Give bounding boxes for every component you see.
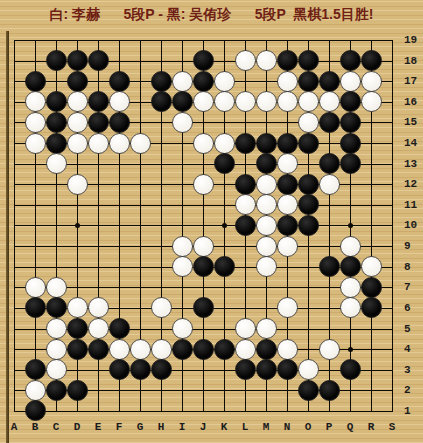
intersection-G15[interactable] bbox=[130, 112, 151, 133]
intersection-K13[interactable] bbox=[214, 153, 235, 174]
intersection-G18[interactable] bbox=[130, 50, 151, 71]
intersection-Q14[interactable] bbox=[340, 133, 361, 154]
intersection-J7[interactable] bbox=[193, 277, 214, 298]
intersection-O14[interactable] bbox=[298, 133, 319, 154]
intersection-R10[interactable] bbox=[361, 215, 382, 236]
intersection-P13[interactable] bbox=[319, 153, 340, 174]
intersection-N2[interactable] bbox=[277, 380, 298, 401]
intersection-K10[interactable] bbox=[214, 215, 235, 236]
intersection-O15[interactable] bbox=[298, 112, 319, 133]
intersection-O5[interactable] bbox=[298, 318, 319, 339]
intersection-P7[interactable] bbox=[319, 277, 340, 298]
intersection-C13[interactable] bbox=[46, 153, 67, 174]
intersection-L1[interactable] bbox=[235, 401, 256, 422]
intersection-F9[interactable] bbox=[109, 236, 130, 257]
intersection-I17[interactable] bbox=[172, 71, 193, 92]
intersection-C6[interactable] bbox=[46, 298, 67, 319]
intersection-G12[interactable] bbox=[130, 174, 151, 195]
intersection-H15[interactable] bbox=[151, 112, 172, 133]
intersection-E1[interactable] bbox=[88, 401, 109, 422]
intersection-B13[interactable] bbox=[25, 153, 46, 174]
intersection-P12[interactable] bbox=[319, 174, 340, 195]
intersection-B12[interactable] bbox=[25, 174, 46, 195]
intersection-D18[interactable] bbox=[67, 50, 88, 71]
intersection-P15[interactable] bbox=[319, 112, 340, 133]
intersection-I11[interactable] bbox=[172, 195, 193, 216]
intersection-L11[interactable] bbox=[235, 195, 256, 216]
intersection-M2[interactable] bbox=[256, 380, 277, 401]
intersection-F12[interactable] bbox=[109, 174, 130, 195]
intersection-N6[interactable] bbox=[277, 298, 298, 319]
intersection-F16[interactable] bbox=[109, 92, 130, 113]
intersection-O12[interactable] bbox=[298, 174, 319, 195]
intersection-E4[interactable] bbox=[88, 339, 109, 360]
intersection-P1[interactable] bbox=[319, 401, 340, 422]
intersection-N12[interactable] bbox=[277, 174, 298, 195]
intersection-P10[interactable] bbox=[319, 215, 340, 236]
intersection-K2[interactable] bbox=[214, 380, 235, 401]
intersection-N7[interactable] bbox=[277, 277, 298, 298]
intersection-S2[interactable] bbox=[382, 380, 403, 401]
intersection-L14[interactable] bbox=[235, 133, 256, 154]
intersection-G17[interactable] bbox=[130, 71, 151, 92]
intersection-E15[interactable] bbox=[88, 112, 109, 133]
intersection-H9[interactable] bbox=[151, 236, 172, 257]
intersection-Q8[interactable] bbox=[340, 256, 361, 277]
intersection-M17[interactable] bbox=[256, 71, 277, 92]
intersection-J5[interactable] bbox=[193, 318, 214, 339]
intersection-I10[interactable] bbox=[172, 215, 193, 236]
intersection-R5[interactable] bbox=[361, 318, 382, 339]
intersection-K16[interactable] bbox=[214, 92, 235, 113]
intersection-A12[interactable] bbox=[4, 174, 25, 195]
intersection-K18[interactable] bbox=[214, 50, 235, 71]
intersection-Q6[interactable] bbox=[340, 298, 361, 319]
intersection-G9[interactable] bbox=[130, 236, 151, 257]
intersection-I8[interactable] bbox=[172, 256, 193, 277]
intersection-I13[interactable] bbox=[172, 153, 193, 174]
intersection-K4[interactable] bbox=[214, 339, 235, 360]
intersection-L6[interactable] bbox=[235, 298, 256, 319]
intersection-C15[interactable] bbox=[46, 112, 67, 133]
intersection-B3[interactable] bbox=[25, 359, 46, 380]
intersection-H19[interactable] bbox=[151, 30, 172, 51]
intersection-B17[interactable] bbox=[25, 71, 46, 92]
intersection-H1[interactable] bbox=[151, 401, 172, 422]
intersection-M5[interactable] bbox=[256, 318, 277, 339]
intersection-I4[interactable] bbox=[172, 339, 193, 360]
intersection-H3[interactable] bbox=[151, 359, 172, 380]
intersection-B19[interactable] bbox=[25, 30, 46, 51]
intersection-A7[interactable] bbox=[4, 277, 25, 298]
intersection-L7[interactable] bbox=[235, 277, 256, 298]
intersection-O2[interactable] bbox=[298, 380, 319, 401]
intersection-L18[interactable] bbox=[235, 50, 256, 71]
intersection-M12[interactable] bbox=[256, 174, 277, 195]
intersection-Q16[interactable] bbox=[340, 92, 361, 113]
intersection-B18[interactable] bbox=[25, 50, 46, 71]
intersection-Q12[interactable] bbox=[340, 174, 361, 195]
intersection-B2[interactable] bbox=[25, 380, 46, 401]
intersection-F6[interactable] bbox=[109, 298, 130, 319]
intersection-D16[interactable] bbox=[67, 92, 88, 113]
intersection-D14[interactable] bbox=[67, 133, 88, 154]
intersection-G2[interactable] bbox=[130, 380, 151, 401]
intersection-S4[interactable] bbox=[382, 339, 403, 360]
intersection-K15[interactable] bbox=[214, 112, 235, 133]
intersection-A8[interactable] bbox=[4, 256, 25, 277]
intersection-M6[interactable] bbox=[256, 298, 277, 319]
intersection-N3[interactable] bbox=[277, 359, 298, 380]
intersection-S10[interactable] bbox=[382, 215, 403, 236]
intersection-B9[interactable] bbox=[25, 236, 46, 257]
intersection-J9[interactable] bbox=[193, 236, 214, 257]
intersection-A17[interactable] bbox=[4, 71, 25, 92]
intersection-H12[interactable] bbox=[151, 174, 172, 195]
intersection-D5[interactable] bbox=[67, 318, 88, 339]
intersection-C8[interactable] bbox=[46, 256, 67, 277]
intersection-J12[interactable] bbox=[193, 174, 214, 195]
intersection-N8[interactable] bbox=[277, 256, 298, 277]
intersection-F7[interactable] bbox=[109, 277, 130, 298]
intersection-M18[interactable] bbox=[256, 50, 277, 71]
intersection-B1[interactable] bbox=[25, 401, 46, 422]
intersection-R3[interactable] bbox=[361, 359, 382, 380]
intersection-E13[interactable] bbox=[88, 153, 109, 174]
intersection-Q1[interactable] bbox=[340, 401, 361, 422]
intersection-Q19[interactable] bbox=[340, 30, 361, 51]
intersection-O16[interactable] bbox=[298, 92, 319, 113]
intersection-H6[interactable] bbox=[151, 298, 172, 319]
intersection-B15[interactable] bbox=[25, 112, 46, 133]
intersection-N4[interactable] bbox=[277, 339, 298, 360]
intersection-A6[interactable] bbox=[4, 298, 25, 319]
intersection-S6[interactable] bbox=[382, 298, 403, 319]
intersection-E2[interactable] bbox=[88, 380, 109, 401]
intersection-F1[interactable] bbox=[109, 401, 130, 422]
intersection-C18[interactable] bbox=[46, 50, 67, 71]
intersection-A5[interactable] bbox=[4, 318, 25, 339]
intersection-S9[interactable] bbox=[382, 236, 403, 257]
intersection-F8[interactable] bbox=[109, 256, 130, 277]
intersection-C9[interactable] bbox=[46, 236, 67, 257]
intersection-S12[interactable] bbox=[382, 174, 403, 195]
intersection-L8[interactable] bbox=[235, 256, 256, 277]
intersection-J18[interactable] bbox=[193, 50, 214, 71]
intersection-A15[interactable] bbox=[4, 112, 25, 133]
intersection-E5[interactable] bbox=[88, 318, 109, 339]
intersection-J15[interactable] bbox=[193, 112, 214, 133]
intersection-M13[interactable] bbox=[256, 153, 277, 174]
intersection-P17[interactable] bbox=[319, 71, 340, 92]
intersection-D7[interactable] bbox=[67, 277, 88, 298]
intersection-E3[interactable] bbox=[88, 359, 109, 380]
intersection-H8[interactable] bbox=[151, 256, 172, 277]
intersection-G11[interactable] bbox=[130, 195, 151, 216]
intersection-L15[interactable] bbox=[235, 112, 256, 133]
intersection-F15[interactable] bbox=[109, 112, 130, 133]
intersection-O7[interactable] bbox=[298, 277, 319, 298]
intersection-J2[interactable] bbox=[193, 380, 214, 401]
intersection-F19[interactable] bbox=[109, 30, 130, 51]
intersection-E7[interactable] bbox=[88, 277, 109, 298]
intersection-P2[interactable] bbox=[319, 380, 340, 401]
intersection-J4[interactable] bbox=[193, 339, 214, 360]
intersection-R18[interactable] bbox=[361, 50, 382, 71]
intersection-L3[interactable] bbox=[235, 359, 256, 380]
intersection-R2[interactable] bbox=[361, 380, 382, 401]
intersection-Q15[interactable] bbox=[340, 112, 361, 133]
intersection-D19[interactable] bbox=[67, 30, 88, 51]
intersection-R1[interactable] bbox=[361, 401, 382, 422]
intersection-I9[interactable] bbox=[172, 236, 193, 257]
intersection-G1[interactable] bbox=[130, 401, 151, 422]
intersection-K19[interactable] bbox=[214, 30, 235, 51]
intersection-M10[interactable] bbox=[256, 215, 277, 236]
intersection-H10[interactable] bbox=[151, 215, 172, 236]
intersection-A3[interactable] bbox=[4, 359, 25, 380]
intersection-I7[interactable] bbox=[172, 277, 193, 298]
intersection-A14[interactable] bbox=[4, 133, 25, 154]
intersection-J17[interactable] bbox=[193, 71, 214, 92]
intersection-K14[interactable] bbox=[214, 133, 235, 154]
intersection-S8[interactable] bbox=[382, 256, 403, 277]
intersection-P14[interactable] bbox=[319, 133, 340, 154]
intersection-Q2[interactable] bbox=[340, 380, 361, 401]
intersection-N5[interactable] bbox=[277, 318, 298, 339]
intersection-F4[interactable] bbox=[109, 339, 130, 360]
intersection-O13[interactable] bbox=[298, 153, 319, 174]
intersection-D13[interactable] bbox=[67, 153, 88, 174]
intersection-K9[interactable] bbox=[214, 236, 235, 257]
intersection-D1[interactable] bbox=[67, 401, 88, 422]
intersection-J14[interactable] bbox=[193, 133, 214, 154]
intersection-M15[interactable] bbox=[256, 112, 277, 133]
intersection-S16[interactable] bbox=[382, 92, 403, 113]
intersection-M1[interactable] bbox=[256, 401, 277, 422]
intersection-R12[interactable] bbox=[361, 174, 382, 195]
intersection-S5[interactable] bbox=[382, 318, 403, 339]
intersection-O4[interactable] bbox=[298, 339, 319, 360]
intersection-M16[interactable] bbox=[256, 92, 277, 113]
intersection-C3[interactable] bbox=[46, 359, 67, 380]
intersection-C2[interactable] bbox=[46, 380, 67, 401]
intersection-L10[interactable] bbox=[235, 215, 256, 236]
intersection-L4[interactable] bbox=[235, 339, 256, 360]
intersection-Q18[interactable] bbox=[340, 50, 361, 71]
intersection-J16[interactable] bbox=[193, 92, 214, 113]
intersection-S11[interactable] bbox=[382, 195, 403, 216]
intersection-J10[interactable] bbox=[193, 215, 214, 236]
intersection-B7[interactable] bbox=[25, 277, 46, 298]
intersection-J1[interactable] bbox=[193, 401, 214, 422]
intersection-G16[interactable] bbox=[130, 92, 151, 113]
intersection-L2[interactable] bbox=[235, 380, 256, 401]
intersection-N17[interactable] bbox=[277, 71, 298, 92]
intersection-H17[interactable] bbox=[151, 71, 172, 92]
intersection-M11[interactable] bbox=[256, 195, 277, 216]
intersection-A19[interactable] bbox=[4, 30, 25, 51]
intersection-L13[interactable] bbox=[235, 153, 256, 174]
intersection-P3[interactable] bbox=[319, 359, 340, 380]
intersection-G7[interactable] bbox=[130, 277, 151, 298]
intersection-P8[interactable] bbox=[319, 256, 340, 277]
intersection-K7[interactable] bbox=[214, 277, 235, 298]
intersection-S18[interactable] bbox=[382, 50, 403, 71]
intersection-H11[interactable] bbox=[151, 195, 172, 216]
intersection-H2[interactable] bbox=[151, 380, 172, 401]
intersection-E8[interactable] bbox=[88, 256, 109, 277]
intersection-G14[interactable] bbox=[130, 133, 151, 154]
intersection-R9[interactable] bbox=[361, 236, 382, 257]
intersection-J6[interactable] bbox=[193, 298, 214, 319]
intersection-L19[interactable] bbox=[235, 30, 256, 51]
intersection-A18[interactable] bbox=[4, 50, 25, 71]
intersection-B5[interactable] bbox=[25, 318, 46, 339]
intersection-N15[interactable] bbox=[277, 112, 298, 133]
intersection-N16[interactable] bbox=[277, 92, 298, 113]
intersection-K1[interactable] bbox=[214, 401, 235, 422]
intersection-P18[interactable] bbox=[319, 50, 340, 71]
intersection-D2[interactable] bbox=[67, 380, 88, 401]
intersection-O1[interactable] bbox=[298, 401, 319, 422]
intersection-D3[interactable] bbox=[67, 359, 88, 380]
intersection-F2[interactable] bbox=[109, 380, 130, 401]
intersection-K8[interactable] bbox=[214, 256, 235, 277]
intersection-C14[interactable] bbox=[46, 133, 67, 154]
intersection-L12[interactable] bbox=[235, 174, 256, 195]
intersection-C19[interactable] bbox=[46, 30, 67, 51]
intersection-P5[interactable] bbox=[319, 318, 340, 339]
intersection-R4[interactable] bbox=[361, 339, 382, 360]
intersection-H7[interactable] bbox=[151, 277, 172, 298]
intersection-B16[interactable] bbox=[25, 92, 46, 113]
intersection-F14[interactable] bbox=[109, 133, 130, 154]
intersection-Q11[interactable] bbox=[340, 195, 361, 216]
intersection-F3[interactable] bbox=[109, 359, 130, 380]
intersection-A11[interactable] bbox=[4, 195, 25, 216]
intersection-P4[interactable] bbox=[319, 339, 340, 360]
intersection-D6[interactable] bbox=[67, 298, 88, 319]
intersection-I14[interactable] bbox=[172, 133, 193, 154]
intersection-M4[interactable] bbox=[256, 339, 277, 360]
intersection-C10[interactable] bbox=[46, 215, 67, 236]
intersection-A1[interactable] bbox=[4, 401, 25, 422]
intersection-P11[interactable] bbox=[319, 195, 340, 216]
intersection-R16[interactable] bbox=[361, 92, 382, 113]
intersection-N14[interactable] bbox=[277, 133, 298, 154]
intersection-O8[interactable] bbox=[298, 256, 319, 277]
intersection-J19[interactable] bbox=[193, 30, 214, 51]
intersection-F11[interactable] bbox=[109, 195, 130, 216]
intersection-N1[interactable] bbox=[277, 401, 298, 422]
intersection-E16[interactable] bbox=[88, 92, 109, 113]
intersection-P16[interactable] bbox=[319, 92, 340, 113]
intersection-A4[interactable] bbox=[4, 339, 25, 360]
intersection-Q4[interactable] bbox=[340, 339, 361, 360]
intersection-Q10[interactable] bbox=[340, 215, 361, 236]
intersection-D11[interactable] bbox=[67, 195, 88, 216]
intersection-O3[interactable] bbox=[298, 359, 319, 380]
intersection-M14[interactable] bbox=[256, 133, 277, 154]
intersection-K5[interactable] bbox=[214, 318, 235, 339]
intersection-F13[interactable] bbox=[109, 153, 130, 174]
intersection-I12[interactable] bbox=[172, 174, 193, 195]
intersection-F5[interactable] bbox=[109, 318, 130, 339]
intersection-S15[interactable] bbox=[382, 112, 403, 133]
intersection-F17[interactable] bbox=[109, 71, 130, 92]
intersection-N10[interactable] bbox=[277, 215, 298, 236]
intersection-H14[interactable] bbox=[151, 133, 172, 154]
intersection-D9[interactable] bbox=[67, 236, 88, 257]
intersection-H4[interactable] bbox=[151, 339, 172, 360]
intersection-D8[interactable] bbox=[67, 256, 88, 277]
intersection-R11[interactable] bbox=[361, 195, 382, 216]
intersection-B14[interactable] bbox=[25, 133, 46, 154]
intersection-Q5[interactable] bbox=[340, 318, 361, 339]
intersection-C12[interactable] bbox=[46, 174, 67, 195]
intersection-I2[interactable] bbox=[172, 380, 193, 401]
intersection-K12[interactable] bbox=[214, 174, 235, 195]
intersection-C4[interactable] bbox=[46, 339, 67, 360]
intersection-N11[interactable] bbox=[277, 195, 298, 216]
intersection-A9[interactable] bbox=[4, 236, 25, 257]
intersection-H5[interactable] bbox=[151, 318, 172, 339]
intersection-Q13[interactable] bbox=[340, 153, 361, 174]
intersection-C1[interactable] bbox=[46, 401, 67, 422]
intersection-N18[interactable] bbox=[277, 50, 298, 71]
intersection-G19[interactable] bbox=[130, 30, 151, 51]
intersection-A2[interactable] bbox=[4, 380, 25, 401]
intersection-I18[interactable] bbox=[172, 50, 193, 71]
intersection-N13[interactable] bbox=[277, 153, 298, 174]
intersection-A13[interactable] bbox=[4, 153, 25, 174]
intersection-H16[interactable] bbox=[151, 92, 172, 113]
intersection-O6[interactable] bbox=[298, 298, 319, 319]
intersection-E14[interactable] bbox=[88, 133, 109, 154]
intersection-J13[interactable] bbox=[193, 153, 214, 174]
intersection-O19[interactable] bbox=[298, 30, 319, 51]
intersection-O10[interactable] bbox=[298, 215, 319, 236]
intersection-S13[interactable] bbox=[382, 153, 403, 174]
intersection-O18[interactable] bbox=[298, 50, 319, 71]
intersection-M19[interactable] bbox=[256, 30, 277, 51]
intersection-I16[interactable] bbox=[172, 92, 193, 113]
intersection-L5[interactable] bbox=[235, 318, 256, 339]
intersection-I3[interactable] bbox=[172, 359, 193, 380]
intersection-G8[interactable] bbox=[130, 256, 151, 277]
intersection-J8[interactable] bbox=[193, 256, 214, 277]
intersection-S14[interactable] bbox=[382, 133, 403, 154]
intersection-F10[interactable] bbox=[109, 215, 130, 236]
intersection-J3[interactable] bbox=[193, 359, 214, 380]
intersection-B8[interactable] bbox=[25, 256, 46, 277]
intersection-M8[interactable] bbox=[256, 256, 277, 277]
intersection-O9[interactable] bbox=[298, 236, 319, 257]
intersection-C11[interactable] bbox=[46, 195, 67, 216]
intersection-D4[interactable] bbox=[67, 339, 88, 360]
intersection-O11[interactable] bbox=[298, 195, 319, 216]
intersection-D12[interactable] bbox=[67, 174, 88, 195]
intersection-R8[interactable] bbox=[361, 256, 382, 277]
intersection-R14[interactable] bbox=[361, 133, 382, 154]
intersection-A16[interactable] bbox=[4, 92, 25, 113]
intersection-E9[interactable] bbox=[88, 236, 109, 257]
intersection-S7[interactable] bbox=[382, 277, 403, 298]
intersection-Q3[interactable] bbox=[340, 359, 361, 380]
intersection-L16[interactable] bbox=[235, 92, 256, 113]
intersection-N19[interactable] bbox=[277, 30, 298, 51]
